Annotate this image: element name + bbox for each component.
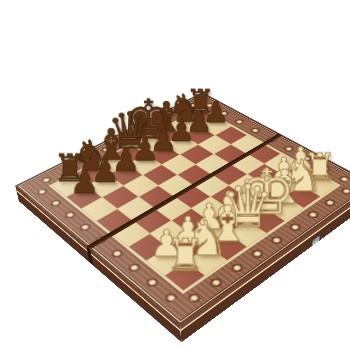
board-surface: ♜♞♝♛♚♝♞♜♟♟♟♟♟♟♟♟♟♟♟♟♟♟♟♟♜♞♝♛♚♝♞♜ xyxy=(15,92,350,325)
metal-clasp-icon xyxy=(312,235,320,249)
product-photo: ♜♞♝♛♚♝♞♜♟♟♟♟♟♟♟♟♟♟♟♟♟♟♟♟♜♞♝♛♚♝♞♜ xyxy=(0,0,350,350)
scene: ♜♞♝♛♚♝♞♜♟♟♟♟♟♟♟♟♟♟♟♟♟♟♟♟♜♞♝♛♚♝♞♜ xyxy=(0,0,350,350)
chess-board: ♜♞♝♛♚♝♞♜♟♟♟♟♟♟♟♟♟♟♟♟♟♟♟♟♜♞♝♛♚♝♞♜ xyxy=(15,92,350,325)
